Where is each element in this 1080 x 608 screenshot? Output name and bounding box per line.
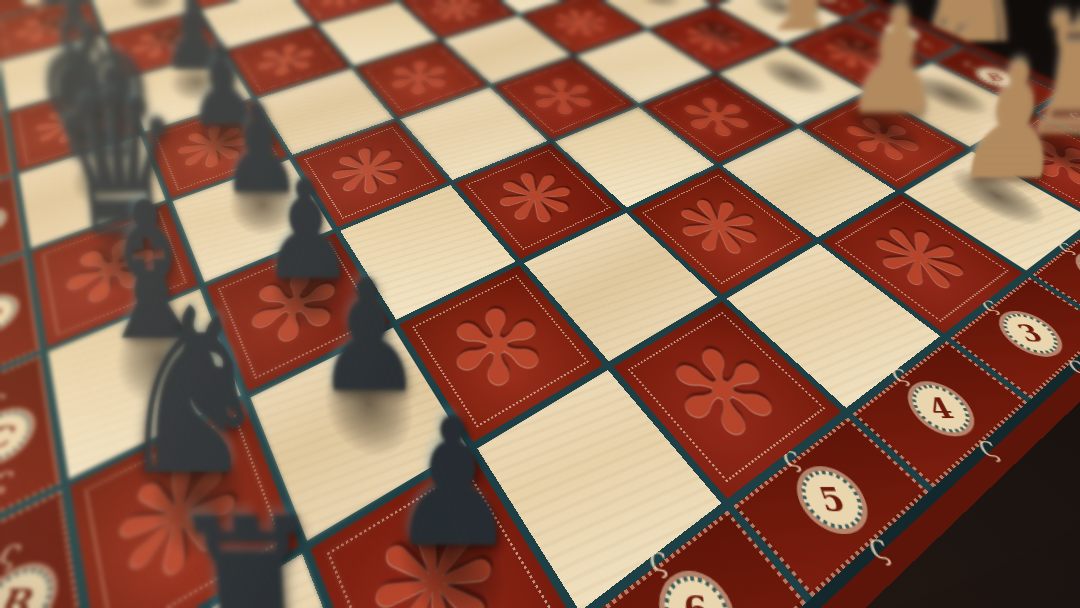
- band-scroll-ornament: ς: [0, 531, 30, 571]
- piece-black-pawn-a7: ♟: [352, 393, 552, 570]
- piece-white-pawn-a2: ♟: [943, 42, 1080, 201]
- band-scroll-ornament: ς: [0, 333, 7, 358]
- piece-white-pawn-b2: ♟: [835, 0, 959, 134]
- border-label-rank-3: 3: [994, 314, 1068, 353]
- border-label-text: C: [0, 420, 22, 453]
- piece-black-rook-a8: ♜: [130, 489, 366, 608]
- band-scroll-ornament: ς: [861, 526, 895, 566]
- border-label-rank-6: 6: [659, 576, 737, 608]
- border-label-text: D: [0, 303, 8, 327]
- band-scroll-ornament: ς: [0, 277, 1, 299]
- border-label-rank-2: 2: [1070, 254, 1080, 287]
- border-label-text: 3: [1012, 321, 1048, 346]
- band-scroll-ornament: ς: [0, 385, 13, 414]
- chess-board: ςςAςςBςςCςςDςςEςςFςςGςςHςςς8ς♜❋♞♝✻♛♚❋♝♞✻…: [0, 0, 1080, 608]
- chessboard-photo-scene: ςςAςςBςςCςςDςςEςςFςςGςςHςςς8ς♜❋♞♝✻♛♚❋♝♞✻…: [0, 0, 1080, 608]
- border-label-text: 4: [923, 393, 959, 424]
- border-label-text: 6: [680, 589, 714, 608]
- border-label-rank-5: 5: [794, 471, 872, 529]
- border-label-file-c: C: [0, 412, 40, 463]
- border-label-file-e: E: [0, 210, 11, 239]
- border-label-text: 5: [814, 481, 850, 519]
- border-label-rank-4: 4: [903, 385, 979, 432]
- square-a8: ♜: [101, 554, 383, 608]
- band-scroll-ornament: ς: [1058, 351, 1080, 378]
- band-scroll-ornament: ς: [969, 430, 1003, 462]
- band-scroll-ornament: ς: [0, 460, 22, 495]
- border-label-file-b: B: [0, 569, 63, 608]
- border-label-file-d: D: [0, 297, 24, 335]
- border-label-text: B: [0, 581, 42, 608]
